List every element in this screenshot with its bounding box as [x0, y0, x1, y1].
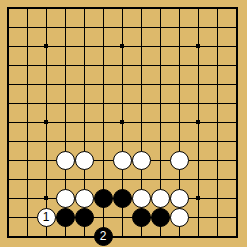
grid-line-vertical [217, 8, 218, 236]
black-stone [132, 208, 151, 227]
black-stone [151, 208, 170, 227]
move-number-label: 2 [94, 227, 113, 246]
star-point [44, 44, 48, 48]
black-stone [94, 189, 113, 208]
black-stone [56, 208, 75, 227]
go-board: 12 [0, 0, 247, 247]
white-stone [56, 189, 75, 208]
star-point [120, 44, 124, 48]
black-stone [113, 189, 132, 208]
grid-line-horizontal [8, 141, 236, 142]
white-stone [56, 151, 75, 170]
white-stone [132, 151, 151, 170]
black-stone [75, 208, 94, 227]
white-stone [75, 189, 94, 208]
star-point [44, 196, 48, 200]
white-stone [170, 208, 189, 227]
grid-line-horizontal [8, 179, 236, 180]
star-point [196, 120, 200, 124]
star-point [120, 120, 124, 124]
move-number-label: 1 [37, 208, 56, 227]
star-point [196, 196, 200, 200]
white-stone [113, 151, 132, 170]
white-stone [132, 189, 151, 208]
white-stone [151, 189, 170, 208]
star-point [44, 120, 48, 124]
star-point [196, 44, 200, 48]
white-stone [75, 151, 94, 170]
white-stone [170, 189, 189, 208]
white-stone [170, 151, 189, 170]
go-diagram: 12 [0, 0, 247, 247]
